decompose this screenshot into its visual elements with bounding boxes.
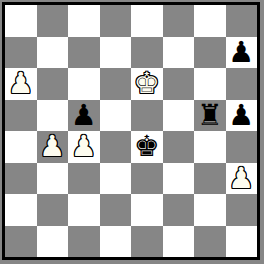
square-c3[interactable] [68, 163, 100, 195]
piece-white-king-e6[interactable]: ♚ [134, 69, 160, 98]
square-b4[interactable]: ♟ [37, 131, 69, 163]
square-c5[interactable]: ♟ [68, 100, 100, 132]
square-g8[interactable] [194, 5, 226, 37]
square-a3[interactable] [5, 163, 37, 195]
square-c1[interactable] [68, 226, 100, 258]
square-g4[interactable] [194, 131, 226, 163]
square-e5[interactable] [131, 100, 163, 132]
square-h4[interactable] [226, 131, 258, 163]
square-e4[interactable]: ♚ [131, 131, 163, 163]
square-d4[interactable] [100, 131, 132, 163]
square-d5[interactable] [100, 100, 132, 132]
square-a7[interactable] [5, 37, 37, 69]
square-f8[interactable] [163, 5, 195, 37]
board-frame: ♟♟♚♟♜♟♟♟♚♟ [2, 2, 260, 260]
square-f7[interactable] [163, 37, 195, 69]
square-h2[interactable] [226, 194, 258, 226]
square-a1[interactable] [5, 226, 37, 258]
square-c2[interactable] [68, 194, 100, 226]
piece-black-pawn-c5[interactable]: ♟ [71, 101, 97, 130]
square-e3[interactable] [131, 163, 163, 195]
square-g7[interactable] [194, 37, 226, 69]
square-b7[interactable] [37, 37, 69, 69]
square-h7[interactable]: ♟ [226, 37, 258, 69]
square-f4[interactable] [163, 131, 195, 163]
square-h8[interactable] [226, 5, 258, 37]
square-d1[interactable] [100, 226, 132, 258]
square-h3[interactable]: ♟ [226, 163, 258, 195]
square-b3[interactable] [37, 163, 69, 195]
square-h1[interactable] [226, 226, 258, 258]
square-c4[interactable]: ♟ [68, 131, 100, 163]
square-d6[interactable] [100, 68, 132, 100]
square-g2[interactable] [194, 194, 226, 226]
square-a6[interactable]: ♟ [5, 68, 37, 100]
square-h5[interactable]: ♟ [226, 100, 258, 132]
square-c7[interactable] [68, 37, 100, 69]
square-e7[interactable] [131, 37, 163, 69]
square-e6[interactable]: ♚ [131, 68, 163, 100]
square-c6[interactable] [68, 68, 100, 100]
square-g6[interactable] [194, 68, 226, 100]
square-b2[interactable] [37, 194, 69, 226]
piece-black-king-e4[interactable]: ♚ [134, 132, 160, 161]
square-f3[interactable] [163, 163, 195, 195]
square-d3[interactable] [100, 163, 132, 195]
square-f2[interactable] [163, 194, 195, 226]
square-h6[interactable] [226, 68, 258, 100]
piece-white-pawn-c4[interactable]: ♟ [71, 132, 97, 161]
square-b5[interactable] [37, 100, 69, 132]
square-a5[interactable] [5, 100, 37, 132]
square-b8[interactable] [37, 5, 69, 37]
square-g3[interactable] [194, 163, 226, 195]
square-f1[interactable] [163, 226, 195, 258]
square-d8[interactable] [100, 5, 132, 37]
square-c8[interactable] [68, 5, 100, 37]
piece-white-pawn-h3[interactable]: ♟ [228, 164, 254, 193]
square-e2[interactable] [131, 194, 163, 226]
square-g5[interactable]: ♜ [194, 100, 226, 132]
square-b6[interactable] [37, 68, 69, 100]
square-f5[interactable] [163, 100, 195, 132]
square-a8[interactable] [5, 5, 37, 37]
square-a2[interactable] [5, 194, 37, 226]
square-a4[interactable] [5, 131, 37, 163]
square-f6[interactable] [163, 68, 195, 100]
square-e1[interactable] [131, 226, 163, 258]
piece-black-pawn-h5[interactable]: ♟ [228, 101, 254, 130]
square-b1[interactable] [37, 226, 69, 258]
square-d2[interactable] [100, 194, 132, 226]
piece-black-rook-g5[interactable]: ♜ [197, 101, 223, 130]
square-e8[interactable] [131, 5, 163, 37]
piece-black-pawn-h7[interactable]: ♟ [228, 38, 254, 67]
chess-board: ♟♟♚♟♜♟♟♟♚♟ [5, 5, 257, 257]
piece-white-pawn-b4[interactable]: ♟ [39, 132, 65, 161]
square-d7[interactable] [100, 37, 132, 69]
square-g1[interactable] [194, 226, 226, 258]
piece-white-pawn-a6[interactable]: ♟ [8, 69, 34, 98]
